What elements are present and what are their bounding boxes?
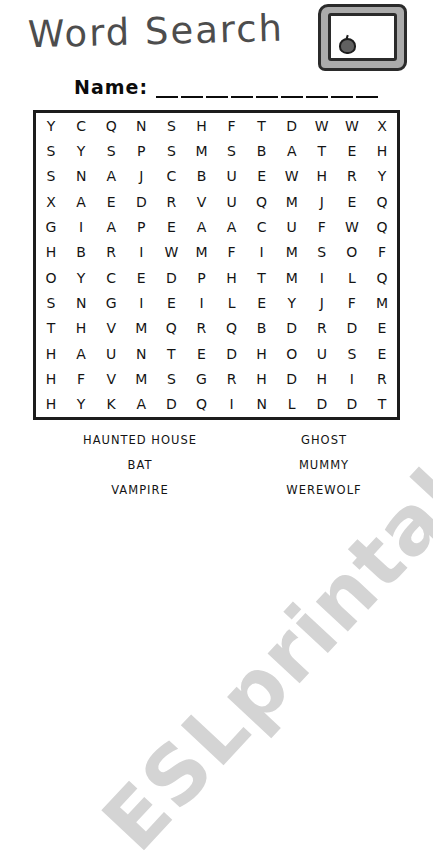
grid-cell-r4c6[interactable]: V [186,189,216,214]
grid-cell-r6c2[interactable]: B [66,240,96,265]
grid-cell-r11c6[interactable]: G [186,366,216,391]
grid-cell-r8c2[interactable]: N [66,290,96,315]
grid-cell-r11c4[interactable]: M [126,366,156,391]
grid-cell-r7c12[interactable]: Q [367,265,397,290]
grid-cell-r1c9[interactable]: D [277,113,307,138]
grid-cell-r4c3[interactable]: E [96,189,126,214]
grid-cell-r6c12[interactable]: F [367,240,397,265]
grid-cell-r11c7[interactable]: R [217,366,247,391]
grid-cell-r5c11[interactable]: W [337,214,367,239]
grid-cell-r3c2[interactable]: N [66,164,96,189]
grid-cell-r2c3[interactable]: S [96,138,126,163]
grid-cell-r11c5[interactable]: S [156,366,186,391]
grid-cell-r12c11[interactable]: D [337,392,367,417]
grid-cell-r10c12[interactable]: E [367,341,397,366]
worksheet-page: Word Search Name: YCQNSHFTDWWXSYSPSMSBAT… [0,0,433,866]
grid-cell-r8c7[interactable]: L [217,290,247,315]
word-list-right: GHOSTMUMMYWEREWOLF [240,428,408,503]
word-item: MUMMY [240,453,408,478]
grid-cell-r1c11[interactable]: W [337,113,367,138]
grid-cell-r5c5[interactable]: E [156,214,186,239]
grid-cell-r5c6[interactable]: A [186,214,216,239]
grid-cell-r12c5[interactable]: D [156,392,186,417]
grid-cell-r1c7[interactable]: F [217,113,247,138]
grid-cell-r12c8[interactable]: N [247,392,277,417]
grid-cell-r4c11[interactable]: E [337,189,367,214]
grid-cell-r11c12[interactable]: R [367,366,397,391]
grid-cell-r9c7[interactable]: Q [217,316,247,341]
grid-cell-r3c3[interactable]: A [96,164,126,189]
grid-cell-r12c2[interactable]: Y [66,392,96,417]
grid-cell-r12c12[interactable]: T [367,392,397,417]
grid-cell-r6c10[interactable]: S [307,240,337,265]
grid-cell-r8c10[interactable]: J [307,290,337,315]
apple-icon [339,38,356,54]
grid-cell-r9c10[interactable]: R [307,316,337,341]
grid-cell-r1c8[interactable]: T [247,113,277,138]
grid-cell-r7c7[interactable]: H [217,265,247,290]
grid-cell-r2c1[interactable]: S [36,138,66,163]
word-item: BAT [56,453,224,478]
grid-cell-r11c8[interactable]: H [247,366,277,391]
wordsearch-grid: YCQNSHFTDWWXSYSPSMSBATEHSNAJCBUEWHRYXAED… [33,110,400,420]
grid-cell-r11c9[interactable]: D [277,366,307,391]
grid-cell-r9c1[interactable]: T [36,316,66,341]
grid-cell-r6c1[interactable]: H [36,240,66,265]
grid-cell-r7c9[interactable]: M [277,265,307,290]
grid-cell-r1c2[interactable]: C [66,113,96,138]
grid-cell-r8c9[interactable]: Y [277,290,307,315]
grid-cell-r3c8[interactable]: E [247,164,277,189]
grid-cell-r9c12[interactable]: E [367,316,397,341]
grid-cell-r5c9[interactable]: U [277,214,307,239]
grid-cell-r10c7[interactable]: D [217,341,247,366]
grid-cell-r11c1[interactable]: H [36,366,66,391]
page-title: Word Search [27,7,284,57]
grid-cell-r4c4[interactable]: D [126,189,156,214]
word-item: HAUNTED HOUSE [56,428,224,453]
grid-cell-r5c4[interactable]: P [126,214,156,239]
grid-cell-r5c8[interactable]: C [247,214,277,239]
grid-cell-r10c9[interactable]: O [277,341,307,366]
grid-cell-r8c4[interactable]: I [126,290,156,315]
grid-cell-r8c3[interactable]: G [96,290,126,315]
grid-cell-r2c4[interactable]: P [126,138,156,163]
name-row: Name: [74,76,380,98]
grid-cell-r2c2[interactable]: Y [66,138,96,163]
grid-cell-r4c2[interactable]: A [66,189,96,214]
grid-cell-r2c10[interactable]: T [307,138,337,163]
grid-cell-r7c2[interactable]: Y [66,265,96,290]
grid-cell-r5c2[interactable]: I [66,214,96,239]
grid-cell-r8c6[interactable]: I [186,290,216,315]
grid-cell-r7c10[interactable]: I [307,265,337,290]
grid-cell-r4c1[interactable]: X [36,189,66,214]
name-label: Name: [74,76,148,98]
grid-cell-r10c2[interactable]: A [66,341,96,366]
grid-cell-r12c1[interactable]: H [36,392,66,417]
grid-cell-r2c7[interactable]: S [217,138,247,163]
grid-cell-r6c6[interactable]: M [186,240,216,265]
grid-cell-r8c8[interactable]: E [247,290,277,315]
grid-cell-r10c3[interactable]: U [96,341,126,366]
grid-cell-r1c4[interactable]: N [126,113,156,138]
grid-cell-r10c5[interactable]: T [156,341,186,366]
grid-cell-r8c12[interactable]: M [367,290,397,315]
grid-cell-r6c4[interactable]: I [126,240,156,265]
grid-cell-r12c4[interactable]: A [126,392,156,417]
grid-cell-r5c1[interactable]: G [36,214,66,239]
chalkboard-surface [328,13,397,61]
grid-cell-r2c11[interactable]: E [337,138,367,163]
grid-cell-r9c11[interactable]: D [337,316,367,341]
grid-cell-r6c9[interactable]: M [277,240,307,265]
word-item: WEREWOLF [240,478,408,503]
grid-cell-r3c10[interactable]: H [307,164,337,189]
grid-cell-r10c10[interactable]: U [307,341,337,366]
grid-cell-r11c10[interactable]: H [307,366,337,391]
grid-cell-r4c7[interactable]: U [217,189,247,214]
grid-cell-r10c8[interactable]: H [247,341,277,366]
grid-cell-r3c4[interactable]: J [126,164,156,189]
grid-cell-r8c5[interactable]: E [156,290,186,315]
grid-cell-r3c1[interactable]: S [36,164,66,189]
word-item: VAMPIRE [56,478,224,503]
grid-cell-r6c7[interactable]: F [217,240,247,265]
grid-cell-r6c5[interactable]: W [156,240,186,265]
grid-cell-r4c12[interactable]: Q [367,189,397,214]
grid-cell-r2c9[interactable]: A [277,138,307,163]
grid-cell-r12c7[interactable]: I [217,392,247,417]
grid-cell-r5c10[interactable]: F [307,214,337,239]
grid-cell-r10c11[interactable]: S [337,341,367,366]
grid-cell-r12c10[interactable]: D [307,392,337,417]
grid-cell-r11c11[interactable]: I [337,366,367,391]
name-blank-line[interactable] [156,78,380,98]
grid-cell-r7c1[interactable]: O [36,265,66,290]
grid-cell-r9c6[interactable]: R [186,316,216,341]
grid-cell-r1c1[interactable]: Y [36,113,66,138]
grid-cell-r6c11[interactable]: O [337,240,367,265]
grid-cell-r5c7[interactable]: A [217,214,247,239]
grid-cell-r1c10[interactable]: W [307,113,337,138]
grid-cell-r12c9[interactable]: L [277,392,307,417]
grid-cell-r7c11[interactable]: L [337,265,367,290]
grid-cell-r9c5[interactable]: Q [156,316,186,341]
chalkboard-frame-icon [318,4,407,71]
grid-cell-r4c9[interactable]: M [277,189,307,214]
grid-cell-r12c6[interactable]: Q [186,392,216,417]
grid-cell-r2c8[interactable]: B [247,138,277,163]
grid-cell-r4c5[interactable]: R [156,189,186,214]
grid-cell-r3c9[interactable]: W [277,164,307,189]
grid-cell-r1c3[interactable]: Q [96,113,126,138]
grid-cell-r10c6[interactable]: E [186,341,216,366]
grid-cell-r5c3[interactable]: A [96,214,126,239]
word-list-left: HAUNTED HOUSEBATVAMPIRE [56,428,224,503]
grid-cell-r4c8[interactable]: Q [247,189,277,214]
grid-cell-r11c3[interactable]: V [96,366,126,391]
grid-cell-r6c8[interactable]: I [247,240,277,265]
grid-cell-r1c5[interactable]: S [156,113,186,138]
grid-cell-r9c2[interactable]: H [66,316,96,341]
grid-cell-r9c4[interactable]: M [126,316,156,341]
grid-cell-r4c10[interactable]: J [307,189,337,214]
grid-cell-r7c6[interactable]: P [186,265,216,290]
grid-cell-r9c9[interactable]: D [277,316,307,341]
grid-cell-r5c12[interactable]: Q [367,214,397,239]
grid-cell-r7c3[interactable]: C [96,265,126,290]
grid-cell-r7c4[interactable]: E [126,265,156,290]
grid-cell-r1c6[interactable]: H [186,113,216,138]
grid-cell-r3c5[interactable]: C [156,164,186,189]
grid-cell-r9c8[interactable]: B [247,316,277,341]
grid-cell-r3c7[interactable]: U [217,164,247,189]
grid-cell-r11c2[interactable]: F [66,366,96,391]
grid-cell-r1c12[interactable]: X [367,113,397,138]
grid-cell-r12c3[interactable]: K [96,392,126,417]
grid-cell-r7c8[interactable]: T [247,265,277,290]
grid-cell-r6c3[interactable]: R [96,240,126,265]
grid-cell-r2c6[interactable]: M [186,138,216,163]
grid-cell-r8c11[interactable]: F [337,290,367,315]
grid-cell-r10c4[interactable]: N [126,341,156,366]
grid-cell-r2c12[interactable]: H [367,138,397,163]
grid-cell-r7c5[interactable]: D [156,265,186,290]
word-item: GHOST [240,428,408,453]
grid-cell-r2c5[interactable]: S [156,138,186,163]
grid-cell-r3c6[interactable]: B [186,164,216,189]
grid-cell-r9c3[interactable]: V [96,316,126,341]
grid-cell-r10c1[interactable]: H [36,341,66,366]
grid-cell-r8c1[interactable]: S [36,290,66,315]
grid-cell-r3c11[interactable]: R [337,164,367,189]
grid-cell-r3c12[interactable]: Y [367,164,397,189]
